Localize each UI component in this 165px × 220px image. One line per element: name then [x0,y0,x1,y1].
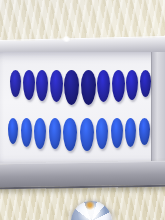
nail-bottom-9 [125,118,136,147]
nail-top-8 [112,70,125,102]
nail-top-1 [10,70,21,97]
nail-bottom-5 [63,118,77,151]
box-front-wall [0,161,165,189]
nail-top-6 [81,70,96,105]
nail-bottom-1 [8,118,18,144]
nail-bottom-7 [96,118,108,149]
nail-bottom-6 [80,118,94,151]
nails-bottom-row [8,118,150,151]
nail-bottom-2 [21,118,32,147]
nail-bottom-3 [34,118,46,149]
nail-box [0,36,165,186]
nail-top-5 [64,70,79,105]
nail-top-4 [50,70,63,102]
nail-top-10 [140,70,151,97]
nail-top-3 [36,70,48,101]
box-edge-glint [62,36,71,42]
nail-bottom-10 [139,118,150,145]
nail-bottom-8 [111,118,123,148]
nails-top-row [10,70,151,105]
photo-scene [0,0,165,220]
box-right-wall [151,52,165,164]
nail-top-9 [126,70,138,100]
nail-top-7 [97,70,110,102]
nail-top-2 [23,70,35,100]
nail-bottom-4 [49,118,61,149]
